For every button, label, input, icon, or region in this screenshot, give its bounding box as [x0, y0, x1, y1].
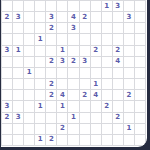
cell-r1c6[interactable]: 4: [68, 12, 79, 23]
cell-r2c0[interactable]: [2, 23, 13, 34]
cell-r1c9[interactable]: [102, 12, 113, 23]
cell-r10c10[interactable]: 2: [113, 113, 124, 124]
cell-r12c1[interactable]: [13, 135, 24, 146]
cell-r12c6[interactable]: [68, 135, 79, 146]
cell-r2c12[interactable]: [135, 23, 146, 34]
cell-r3c8[interactable]: [91, 34, 102, 45]
cell-r4c11[interactable]: [124, 46, 135, 57]
cell-r9c12[interactable]: [135, 101, 146, 112]
cell-r4c7[interactable]: [80, 46, 91, 57]
cell-r10c7[interactable]: [80, 113, 91, 124]
cell-r6c1[interactable]: [13, 68, 24, 79]
cell-r2c8[interactable]: [91, 23, 102, 34]
cell-r8c0[interactable]: [2, 90, 13, 101]
cell-r9c11[interactable]: [124, 101, 135, 112]
cell-r5c8[interactable]: [91, 57, 102, 68]
cell-r8c10[interactable]: [113, 90, 124, 101]
cell-r3c0[interactable]: [2, 34, 13, 45]
cell-r5c5[interactable]: 3: [57, 57, 68, 68]
cell-r0c2[interactable]: [24, 1, 35, 12]
cell-r6c2[interactable]: 1: [24, 68, 35, 79]
cell-r5c3[interactable]: [35, 57, 46, 68]
cell-r7c9[interactable]: [102, 79, 113, 90]
cell-r0c6[interactable]: [68, 1, 79, 12]
cell-r7c0[interactable]: [2, 79, 13, 90]
cell-r11c4[interactable]: [46, 124, 57, 135]
cell-r11c5[interactable]: 2: [57, 124, 68, 135]
cell-r5c1[interactable]: [13, 57, 24, 68]
cell-r3c11[interactable]: [124, 34, 135, 45]
cell-r9c3[interactable]: 1: [35, 101, 46, 112]
cell-r4c9[interactable]: [102, 46, 113, 57]
cell-r11c7[interactable]: [80, 124, 91, 135]
cell-r10c4[interactable]: [46, 113, 57, 124]
cell-r6c11[interactable]: [124, 68, 135, 79]
cell-r2c9[interactable]: [102, 23, 113, 34]
cell-r1c7[interactable]: 2: [80, 12, 91, 23]
cell-r5c0[interactable]: [2, 57, 13, 68]
cell-r10c6[interactable]: 1: [68, 113, 79, 124]
cell-r11c6[interactable]: [68, 124, 79, 135]
cell-r12c11[interactable]: [124, 135, 135, 146]
cell-r1c0[interactable]: 2: [2, 12, 13, 23]
cell-r9c1[interactable]: [13, 101, 24, 112]
cell-r0c5[interactable]: [57, 1, 68, 12]
cell-r10c5[interactable]: [57, 113, 68, 124]
cell-r6c9[interactable]: [102, 68, 113, 79]
cell-r6c8[interactable]: [91, 68, 102, 79]
cell-r8c12[interactable]: [135, 90, 146, 101]
cell-r12c5[interactable]: [57, 135, 68, 146]
cell-r1c5[interactable]: [57, 12, 68, 23]
cell-r4c10[interactable]: 2: [113, 46, 124, 57]
cell-r5c11[interactable]: [124, 57, 135, 68]
cell-r3c2[interactable]: [24, 34, 35, 45]
cell-r6c12[interactable]: [135, 68, 146, 79]
cell-r11c12[interactable]: [135, 124, 146, 135]
cell-r6c10[interactable]: [113, 68, 124, 79]
cell-r0c8[interactable]: [91, 1, 102, 12]
cell-r1c1[interactable]: 3: [13, 12, 24, 23]
cell-r12c9[interactable]: [102, 135, 113, 146]
cell-r4c4[interactable]: [46, 46, 57, 57]
cell-r7c5[interactable]: [57, 79, 68, 90]
cell-r3c4[interactable]: [46, 34, 57, 45]
cell-r0c0[interactable]: [2, 1, 13, 12]
cell-r6c7[interactable]: [80, 68, 91, 79]
cell-r6c4[interactable]: [46, 68, 57, 79]
cell-r12c2[interactable]: [24, 135, 35, 146]
cell-r6c5[interactable]: [57, 68, 68, 79]
cell-r0c10[interactable]: 3: [113, 1, 124, 12]
cell-r10c3[interactable]: [35, 113, 46, 124]
cell-r6c0[interactable]: [2, 68, 13, 79]
cell-r2c2[interactable]: [24, 23, 35, 34]
cell-r8c7[interactable]: 2: [80, 90, 91, 101]
cell-r4c2[interactable]: [24, 46, 35, 57]
cell-r8c11[interactable]: 2: [124, 90, 135, 101]
cell-r8c9[interactable]: [102, 90, 113, 101]
cell-r9c6[interactable]: [68, 101, 79, 112]
cell-r3c9[interactable]: [102, 34, 113, 45]
cell-r3c6[interactable]: [68, 34, 79, 45]
cell-r2c5[interactable]: [57, 23, 68, 34]
cell-r9c8[interactable]: [91, 101, 102, 112]
cell-r12c7[interactable]: [80, 135, 91, 146]
cell-r3c12[interactable]: [135, 34, 146, 45]
cell-r11c0[interactable]: [2, 124, 13, 135]
cell-r12c4[interactable]: 2: [46, 135, 57, 146]
cell-r1c8[interactable]: [91, 12, 102, 23]
cell-r9c0[interactable]: 3: [2, 101, 13, 112]
cell-r4c6[interactable]: [68, 46, 79, 57]
cell-r7c11[interactable]: [124, 79, 135, 90]
cell-r12c3[interactable]: 1: [35, 135, 46, 146]
cell-r9c4[interactable]: [46, 101, 57, 112]
cell-r9c7[interactable]: [80, 101, 91, 112]
cell-r0c4[interactable]: [46, 1, 57, 12]
minesweeper-grid: 1323342323131122232341212424231122312211…: [1, 0, 146, 146]
cell-r8c6[interactable]: [68, 90, 79, 101]
cell-r3c10[interactable]: [113, 34, 124, 45]
cell-r5c7[interactable]: 3: [80, 57, 91, 68]
cell-r5c9[interactable]: [102, 57, 113, 68]
cell-r4c0[interactable]: 3: [2, 46, 13, 57]
cell-r5c6[interactable]: 2: [68, 57, 79, 68]
cell-r2c6[interactable]: 3: [68, 23, 79, 34]
cell-r8c2[interactable]: [24, 90, 35, 101]
cell-r12c12[interactable]: [135, 135, 146, 146]
cell-r7c12[interactable]: [135, 79, 146, 90]
cell-r2c4[interactable]: 2: [46, 23, 57, 34]
cell-r8c8[interactable]: 4: [91, 90, 102, 101]
cell-r0c1[interactable]: [13, 1, 24, 12]
cell-r11c2[interactable]: [24, 124, 35, 135]
cell-r2c10[interactable]: [113, 23, 124, 34]
cell-r3c1[interactable]: [13, 34, 24, 45]
cell-r1c2[interactable]: [24, 12, 35, 23]
cell-r0c12[interactable]: [135, 1, 146, 12]
page-background: 1323342323131122232341212424231122312211…: [0, 0, 150, 150]
cell-r10c1[interactable]: 3: [13, 113, 24, 124]
cell-r10c12[interactable]: [135, 113, 146, 124]
cell-r11c9[interactable]: [102, 124, 113, 135]
cell-r11c8[interactable]: [91, 124, 102, 135]
cell-r1c10[interactable]: [113, 12, 124, 23]
cell-r2c11[interactable]: [124, 23, 135, 34]
cell-r10c9[interactable]: [102, 113, 113, 124]
cell-r2c1[interactable]: [13, 23, 24, 34]
cell-r0c11[interactable]: [124, 1, 135, 12]
cell-r7c8[interactable]: 1: [91, 79, 102, 90]
cell-r8c3[interactable]: [35, 90, 46, 101]
cell-r9c9[interactable]: 2: [102, 101, 113, 112]
cell-r11c10[interactable]: [113, 124, 124, 135]
cell-r12c8[interactable]: [91, 135, 102, 146]
cell-r10c11[interactable]: [124, 113, 135, 124]
cell-r7c7[interactable]: [80, 79, 91, 90]
cell-r7c1[interactable]: [13, 79, 24, 90]
cell-r3c5[interactable]: [57, 34, 68, 45]
cell-r5c12[interactable]: [135, 57, 146, 68]
cell-r11c11[interactable]: 1: [124, 124, 135, 135]
cell-r4c1[interactable]: 1: [13, 46, 24, 57]
cell-r2c7[interactable]: [80, 23, 91, 34]
cell-r8c1[interactable]: [13, 90, 24, 101]
cell-r5c10[interactable]: 4: [113, 57, 124, 68]
cell-r3c7[interactable]: [80, 34, 91, 45]
cell-r1c12[interactable]: [135, 12, 146, 23]
cell-r1c4[interactable]: 3: [46, 12, 57, 23]
cell-r6c6[interactable]: [68, 68, 79, 79]
cell-r10c2[interactable]: [24, 113, 35, 124]
cell-r7c10[interactable]: [113, 79, 124, 90]
cell-r12c10[interactable]: [113, 135, 124, 146]
cell-r8c5[interactable]: 4: [57, 90, 68, 101]
cell-r4c5[interactable]: 1: [57, 46, 68, 57]
cell-r6c3[interactable]: [35, 68, 46, 79]
cell-r2c3[interactable]: [35, 23, 46, 34]
cell-r9c2[interactable]: [24, 101, 35, 112]
cell-r1c11[interactable]: 3: [124, 12, 135, 23]
cell-r4c8[interactable]: 2: [91, 46, 102, 57]
cell-r10c0[interactable]: 2: [2, 113, 13, 124]
puzzle-board-card: 1323342323131122232341212424231122312211…: [1, 0, 147, 147]
cell-r3c3[interactable]: 1: [35, 34, 46, 45]
cell-r5c2[interactable]: [24, 57, 35, 68]
cell-r7c3[interactable]: [35, 79, 46, 90]
cell-r4c3[interactable]: [35, 46, 46, 57]
cell-r7c4[interactable]: 2: [46, 79, 57, 90]
cell-r12c0[interactable]: [2, 135, 13, 146]
cell-r11c3[interactable]: [35, 124, 46, 135]
cell-r7c6[interactable]: [68, 79, 79, 90]
cell-r1c3[interactable]: [35, 12, 46, 23]
cell-r0c3[interactable]: [35, 1, 46, 12]
cell-r8c4[interactable]: 2: [46, 90, 57, 101]
cell-r9c10[interactable]: [113, 101, 124, 112]
cell-r5c4[interactable]: 2: [46, 57, 57, 68]
cell-r0c7[interactable]: [80, 1, 91, 12]
cell-r9c5[interactable]: 1: [57, 101, 68, 112]
cell-r10c8[interactable]: [91, 113, 102, 124]
cell-r11c1[interactable]: [13, 124, 24, 135]
cell-r0c9[interactable]: 1: [102, 1, 113, 12]
cell-r7c2[interactable]: [24, 79, 35, 90]
cell-r4c12[interactable]: [135, 46, 146, 57]
